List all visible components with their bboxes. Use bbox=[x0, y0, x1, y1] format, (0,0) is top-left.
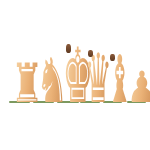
king-finial-knob bbox=[66, 44, 71, 53]
chess-pieces-photo: ♜ ♞ ♚ ♛ ♝ ♟ bbox=[0, 0, 150, 150]
bishop-finial-knob bbox=[110, 54, 115, 61]
queen-finial-knob bbox=[88, 50, 93, 57]
piece-pawn: ♟ bbox=[126, 66, 145, 109]
piece-rook: ♜ bbox=[11, 57, 27, 111]
pawn-icon: ♟ bbox=[126, 62, 150, 112]
piece-knight: ♞ bbox=[36, 50, 50, 112]
